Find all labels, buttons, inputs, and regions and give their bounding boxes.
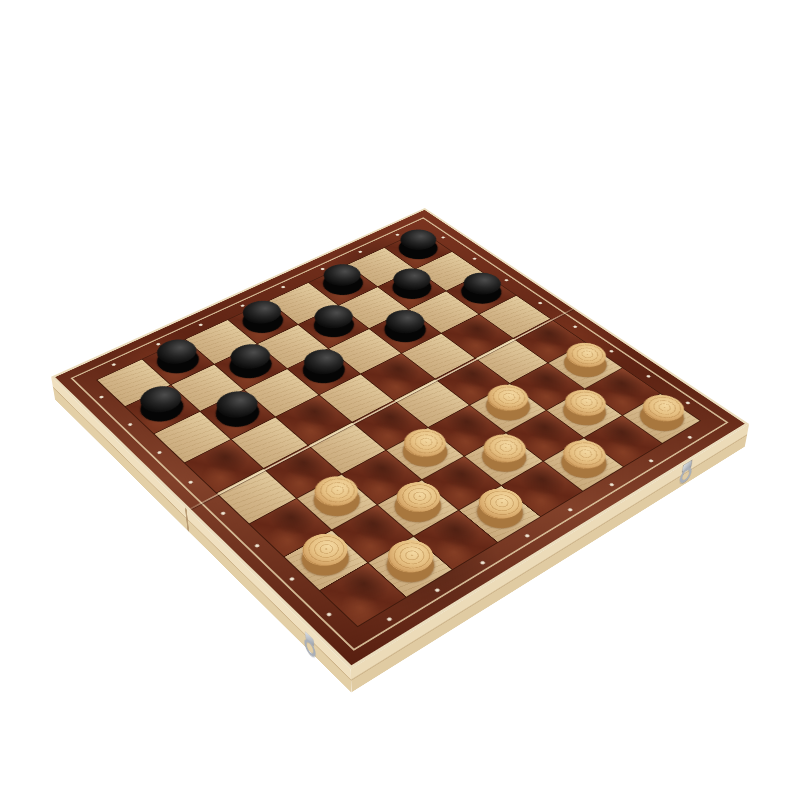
inlay-dot	[472, 257, 477, 260]
black-checker[interactable]	[378, 305, 432, 337]
product-photo-scene	[0, 0, 800, 800]
inlay-dot	[434, 588, 440, 593]
inlay-dot	[572, 325, 577, 328]
inlay-dot	[188, 480, 194, 484]
inlay-dot	[254, 543, 260, 547]
inlay-dot	[99, 395, 105, 399]
inlay-dot	[326, 612, 333, 617]
inlay-dot	[504, 279, 509, 282]
inlay-dot	[646, 375, 652, 378]
inlay-dot	[524, 534, 530, 538]
inlay-dot	[395, 233, 400, 236]
inlay-dot	[687, 435, 693, 439]
inlay-dot	[198, 323, 203, 326]
inlay-dot	[648, 459, 654, 463]
folding-board-box	[51, 208, 749, 669]
inlay-dot	[281, 286, 286, 289]
inlay-dot	[127, 422, 133, 426]
inlay-dot	[685, 401, 691, 405]
inlay-dot	[538, 302, 543, 305]
inlay-dot	[567, 508, 573, 512]
inlay-dot	[220, 511, 226, 515]
inlay-dot	[358, 250, 363, 253]
inlay-dot	[111, 363, 116, 366]
inlay-dot	[157, 451, 163, 455]
inlay-dot	[386, 617, 393, 622]
checkers-board[interactable]	[96, 230, 701, 627]
inlay-dot	[608, 483, 614, 487]
board-top-face	[51, 208, 749, 669]
black-checker[interactable]	[393, 226, 443, 254]
inlay-dot	[480, 560, 486, 565]
inlay-dot	[289, 577, 295, 582]
latch-loop	[679, 465, 693, 486]
inlay-dot	[441, 236, 446, 239]
inlay-dot	[608, 349, 613, 352]
latch-front-icon	[302, 629, 317, 664]
